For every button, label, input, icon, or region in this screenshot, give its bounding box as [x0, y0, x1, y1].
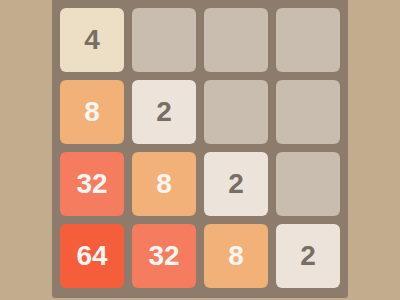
- empty-cell-r2c3: [204, 80, 268, 144]
- game-board-2048[interactable]: 4823282643282: [52, 0, 348, 298]
- tile-8-r2c1: 8: [60, 80, 124, 144]
- empty-cell-r1c3: [204, 8, 268, 72]
- tile-8-r3c2: 8: [132, 152, 196, 216]
- empty-cell-r2c4: [276, 80, 340, 144]
- tile-4-r1c1: 4: [60, 8, 124, 72]
- empty-cell-r3c4: [276, 152, 340, 216]
- tile-32-r3c1: 32: [60, 152, 124, 216]
- tile-8-r4c3: 8: [204, 224, 268, 288]
- tile-2-r4c4: 2: [276, 224, 340, 288]
- tile-2-r2c2: 2: [132, 80, 196, 144]
- tile-2-r3c3: 2: [204, 152, 268, 216]
- tile-64-r4c1: 64: [60, 224, 124, 288]
- empty-cell-r1c2: [132, 8, 196, 72]
- tile-32-r4c2: 32: [132, 224, 196, 288]
- empty-cell-r1c4: [276, 8, 340, 72]
